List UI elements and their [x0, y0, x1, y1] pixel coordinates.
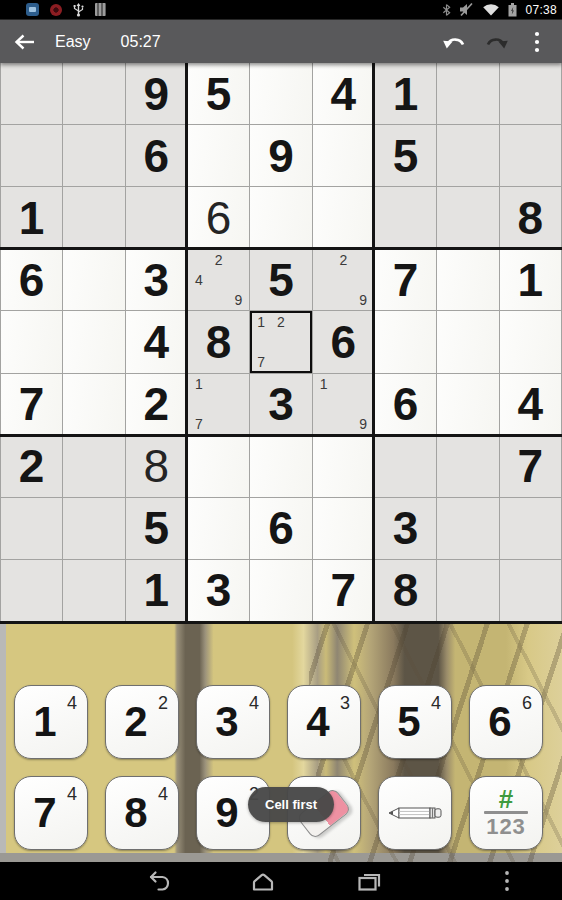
given-digit: 7 [518, 443, 544, 489]
cell-r1c9[interactable] [500, 63, 561, 124]
given-digit: 5 [206, 71, 232, 117]
cell-r3c7[interactable] [375, 187, 436, 248]
pencil-marks: 29 [314, 250, 373, 309]
key-3[interactable]: 34 [196, 685, 270, 759]
cell-r6c2[interactable] [63, 374, 124, 435]
given-digit: 8 [393, 567, 419, 613]
cell-r4c3[interactable]: 3 [126, 249, 187, 310]
app-notification-icon [26, 3, 39, 16]
cell-r2c3[interactable]: 6 [126, 125, 187, 186]
key-digit: 8 [124, 792, 147, 834]
cell-r4c9[interactable]: 1 [500, 249, 561, 310]
nav-bar [0, 862, 562, 900]
cell-r9c2[interactable] [63, 560, 124, 621]
pencil-mark-9: 9 [229, 290, 249, 310]
cell-r4c7[interactable]: 7 [375, 249, 436, 310]
box-line-horizontal-2 [0, 434, 562, 437]
pencil-mark-2: 2 [209, 250, 229, 270]
given-digit: 2 [19, 443, 45, 489]
box-line-vertical-2 [372, 63, 375, 621]
given-digit: 4 [331, 71, 357, 117]
given-digit: 5 [144, 505, 170, 551]
pencil-marks: 17 [189, 375, 248, 434]
cell-r4c2[interactable] [63, 249, 124, 310]
cell-r9c4[interactable]: 3 [188, 560, 249, 621]
status-clock: 07:38 [525, 3, 557, 17]
given-digit: 7 [331, 567, 357, 613]
nav-recents-button[interactable] [352, 868, 386, 894]
entered-digit: 6 [206, 195, 232, 241]
pencil-mark-2: 2 [271, 312, 291, 332]
sudoku-cells: 9541695168632495297148127672173196428756… [0, 63, 562, 621]
cell-r5c3[interactable]: 4 [126, 311, 187, 372]
cell-r7c5[interactable] [250, 436, 311, 497]
cell-r3c4[interactable]: 6 [188, 187, 249, 248]
cell-r6c5[interactable]: 3 [250, 374, 311, 435]
cell-r8c7[interactable]: 3 [375, 498, 436, 559]
pencil-marks: 19 [314, 375, 373, 434]
given-digit: 1 [518, 257, 544, 303]
key-remaining-count: 4 [431, 694, 441, 712]
nav-back-icon [143, 869, 173, 893]
page-title: Easy [55, 33, 91, 51]
pencil-mark-1: 1 [251, 312, 271, 332]
pencil-marks: 249 [189, 250, 248, 309]
app-bar-actions [438, 27, 562, 57]
sudoku-board: 9541695168632495297148127672173196428756… [0, 63, 562, 624]
given-digit: 8 [518, 195, 544, 241]
key-digit: 9 [215, 792, 238, 834]
numbers-label: 123 [486, 816, 526, 838]
cell-r2c6[interactable] [313, 125, 374, 186]
key-digit: 4 [306, 701, 329, 743]
box-line-horizontal-1 [0, 247, 562, 250]
key-digit: 3 [215, 701, 238, 743]
cell-r6c6[interactable]: 19 [313, 374, 374, 435]
key-remaining-count: 2 [158, 694, 168, 712]
given-digit: 8 [206, 319, 232, 365]
cell-r5c4[interactable]: 8 [188, 311, 249, 372]
cell-r6c8[interactable] [437, 374, 498, 435]
given-digit: 4 [518, 381, 544, 427]
cell-r9c6[interactable]: 7 [313, 560, 374, 621]
pencil-mark-7: 7 [189, 414, 209, 434]
key-2[interactable]: 22 [105, 685, 179, 759]
cell-r4c4[interactable]: 249 [188, 249, 249, 310]
box-line-vertical-1 [185, 63, 188, 621]
cell-r2c9[interactable] [500, 125, 561, 186]
cell-r1c1[interactable] [1, 63, 62, 124]
nav-menu-button[interactable] [500, 868, 514, 894]
cell-r5c6[interactable]: 6 [313, 311, 374, 372]
cell-r8c1[interactable] [1, 498, 62, 559]
cell-r1c2[interactable] [63, 63, 124, 124]
keypad-row-1: 142234435466 [14, 685, 543, 759]
bluetooth-icon [442, 3, 451, 17]
given-digit: 9 [268, 133, 294, 179]
back-button[interactable] [13, 32, 39, 52]
cell-r8c2[interactable] [63, 498, 124, 559]
cell-r3c5[interactable] [250, 187, 311, 248]
cell-r8c3[interactable]: 5 [126, 498, 187, 559]
pencil-button[interactable] [378, 776, 452, 850]
cell-r9c7[interactable]: 8 [375, 560, 436, 621]
cell-r8c5[interactable]: 6 [250, 498, 311, 559]
cell-r5c1[interactable] [1, 311, 62, 372]
cell-r1c3[interactable]: 9 [126, 63, 187, 124]
hash-icon: # [499, 788, 513, 810]
status-left-icons [0, 3, 106, 17]
cell-r7c9[interactable]: 7 [500, 436, 561, 497]
key-digit: 2 [124, 701, 147, 743]
given-digit: 6 [19, 257, 45, 303]
given-digit: 4 [144, 319, 170, 365]
app-bar: Easy 05:27 [0, 20, 562, 63]
cell-r4c6[interactable]: 29 [313, 249, 374, 310]
cell-r3c9[interactable]: 8 [500, 187, 561, 248]
cell-r6c4[interactable]: 17 [188, 374, 249, 435]
cell-r5c2[interactable] [63, 311, 124, 372]
given-digit: 3 [393, 505, 419, 551]
given-digit: 6 [331, 319, 357, 365]
given-digit: 5 [268, 257, 294, 303]
cell-r4c1[interactable]: 6 [1, 249, 62, 310]
nav-home-icon [247, 869, 279, 893]
key-digit: 5 [397, 701, 420, 743]
cell-r9c1[interactable] [1, 560, 62, 621]
cell-r3c8[interactable] [437, 187, 498, 248]
given-digit: 2 [144, 381, 170, 427]
cell-r8c4[interactable] [188, 498, 249, 559]
pencil-mark-9: 9 [353, 290, 373, 310]
cell-r7c3[interactable]: 8 [126, 436, 187, 497]
given-digit: 1 [393, 71, 419, 117]
key-remaining-count: 4 [249, 694, 259, 712]
pencil-mark-1: 1 [189, 375, 209, 395]
given-digit: 6 [393, 381, 419, 427]
given-digit: 6 [144, 133, 170, 179]
cell-r5c7[interactable] [375, 311, 436, 372]
key-digit: 6 [488, 701, 511, 743]
cell-r8c9[interactable] [500, 498, 561, 559]
toast: Cell first [248, 787, 334, 822]
redo-button[interactable] [479, 27, 513, 57]
mute-icon [459, 3, 474, 16]
cell-r3c3[interactable] [126, 187, 187, 248]
cell-r2c2[interactable] [63, 125, 124, 186]
key-1[interactable]: 14 [14, 685, 88, 759]
pencil-marks: 127 [251, 312, 310, 371]
wifi-icon [482, 3, 500, 16]
cell-r2c1[interactable] [1, 125, 62, 186]
back-arrow-icon [13, 33, 37, 51]
key-7[interactable]: 74 [14, 776, 88, 850]
given-digit: 7 [19, 381, 45, 427]
key-remaining-count: 4 [158, 785, 168, 803]
pencil-mark-1: 1 [314, 375, 334, 395]
cell-r9c8[interactable] [437, 560, 498, 621]
given-digit: 3 [206, 567, 232, 613]
cell-r7c6[interactable] [313, 436, 374, 497]
given-digit: 1 [144, 567, 170, 613]
cell-r7c8[interactable] [437, 436, 498, 497]
cell-r8c8[interactable] [437, 498, 498, 559]
toast-text: Cell first [265, 797, 317, 812]
cell-r1c6[interactable]: 4 [313, 63, 374, 124]
cell-r3c2[interactable] [63, 187, 124, 248]
cell-r3c6[interactable] [313, 187, 374, 248]
cell-r1c7[interactable]: 1 [375, 63, 436, 124]
given-digit: 5 [393, 133, 419, 179]
cell-r9c5[interactable] [250, 560, 311, 621]
status-bar: 07:38 [0, 0, 562, 20]
cell-r4c8[interactable] [437, 249, 498, 310]
cell-r6c1[interactable]: 7 [1, 374, 62, 435]
key-remaining-count: 4 [67, 694, 77, 712]
undo-button[interactable] [438, 27, 472, 57]
key-digit: 7 [33, 792, 56, 834]
cell-r6c9[interactable]: 4 [500, 374, 561, 435]
key-digit: 1 [33, 701, 56, 743]
pencil-mark-9: 9 [353, 414, 373, 434]
nav-back-button[interactable] [141, 868, 175, 894]
cell-r8c6[interactable] [313, 498, 374, 559]
cell-r2c7[interactable]: 5 [375, 125, 436, 186]
cell-r4c5[interactable]: 5 [250, 249, 311, 310]
cell-r7c1[interactable]: 2 [1, 436, 62, 497]
given-digit: 3 [144, 257, 170, 303]
cell-r2c8[interactable] [437, 125, 498, 186]
battery-icon [508, 3, 517, 17]
key-6[interactable]: 66 [469, 685, 543, 759]
game-timer: 05:27 [121, 33, 161, 51]
key-remaining-count: 4 [67, 785, 77, 803]
cell-r6c3[interactable]: 2 [126, 374, 187, 435]
storage-icon [95, 3, 106, 16]
given-digit: 3 [268, 381, 294, 427]
pencil-mark-7: 7 [251, 352, 271, 372]
overflow-menu-button[interactable] [520, 27, 554, 57]
keypad-area: 142234435466 748492 # [0, 624, 562, 862]
pencil-mark-4: 4 [189, 270, 209, 290]
cell-r9c9[interactable] [500, 560, 561, 621]
sudoku-app-screen: 07:38 Easy 05:27 [0, 0, 562, 900]
key-5[interactable]: 54 [378, 685, 452, 759]
cell-r2c4[interactable] [188, 125, 249, 186]
key-4[interactable]: 43 [287, 685, 361, 759]
cell-r5c5[interactable]: 127 [250, 311, 311, 372]
given-digit: 6 [268, 505, 294, 551]
cell-r6c7[interactable]: 6 [375, 374, 436, 435]
redo-icon [483, 32, 509, 52]
usb-icon [73, 3, 84, 17]
key-remaining-count: 3 [340, 694, 350, 712]
cell-r5c8[interactable] [437, 311, 498, 372]
cell-r2c5[interactable]: 9 [250, 125, 311, 186]
key-remaining-count: 6 [522, 694, 532, 712]
cell-r1c4[interactable]: 5 [188, 63, 249, 124]
undo-icon [442, 32, 468, 52]
overflow-icon [534, 31, 540, 53]
cell-r7c2[interactable] [63, 436, 124, 497]
screen-record-icon [50, 4, 62, 16]
entered-digit: 8 [144, 443, 170, 489]
cell-r9c3[interactable]: 1 [126, 560, 187, 621]
key-8[interactable]: 84 [105, 776, 179, 850]
given-digit: 9 [144, 71, 170, 117]
cell-r1c8[interactable] [437, 63, 498, 124]
given-digit: 7 [393, 257, 419, 303]
cell-r5c9[interactable] [500, 311, 561, 372]
nav-recents-icon [353, 869, 385, 893]
pencil-icon [388, 805, 442, 821]
nav-home-button[interactable] [246, 868, 280, 894]
cell-r3c1[interactable]: 1 [1, 187, 62, 248]
nav-menu-icon [504, 870, 510, 892]
cell-r7c4[interactable] [188, 436, 249, 497]
cell-r1c5[interactable] [250, 63, 311, 124]
status-right-icons: 07:38 [442, 3, 562, 17]
input-mode-button[interactable]: # 123 [469, 776, 543, 850]
given-digit: 1 [19, 195, 45, 241]
cell-r7c7[interactable] [375, 436, 436, 497]
pencil-mark-2: 2 [333, 250, 353, 270]
